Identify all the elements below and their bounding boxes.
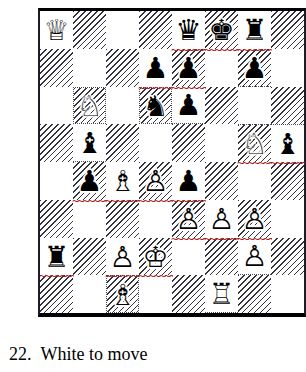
square-c5 bbox=[106, 124, 139, 162]
piece-black-pawn: ♟ bbox=[176, 54, 202, 83]
square-g3: ♙~~~~~~~~~~~~~~~~~~~~ bbox=[238, 200, 271, 238]
piece-white-queen: ♕ bbox=[44, 16, 70, 45]
square-e3: ♙~~~~~~~~~~~~~~~~~~~~ bbox=[172, 200, 205, 238]
piece-white-knight: ♘ bbox=[77, 92, 103, 121]
square-d2: ♔~~~~~~~~~~~~~~~~~~~~ bbox=[139, 238, 172, 276]
piece-white-bishop: ♗ bbox=[110, 281, 136, 310]
square-h1 bbox=[271, 275, 304, 313]
square-h2 bbox=[271, 238, 304, 276]
square-g2: ♙ bbox=[238, 238, 271, 276]
piece-white-bishop: ♗ bbox=[110, 167, 136, 196]
piece-white-rook: ♖ bbox=[209, 280, 235, 309]
square-e8: ♛~~~~~~~~~~~~~~~~~~~~ bbox=[172, 11, 205, 49]
square-e1 bbox=[172, 275, 205, 313]
square-f6 bbox=[205, 87, 238, 125]
square-d1 bbox=[139, 275, 172, 313]
square-h4 bbox=[271, 162, 304, 200]
piece-white-king: ♔ bbox=[143, 243, 169, 272]
square-b5: ♝ bbox=[73, 124, 106, 162]
square-f8: ♚~~~~~~~~~~~~~~~~~~~~ bbox=[205, 11, 238, 49]
move-number: 22. bbox=[9, 344, 32, 364]
square-g7: ♟ bbox=[238, 49, 271, 87]
chess-board: ♕♛~~~~~~~~~~~~~~~~~~~~♚~~~~~~~~~~~~~~~~~… bbox=[38, 8, 306, 317]
piece-black-queen: ♛ bbox=[176, 16, 202, 45]
square-a1 bbox=[40, 275, 73, 313]
square-h7 bbox=[271, 49, 304, 87]
square-b8 bbox=[73, 11, 106, 49]
square-c7 bbox=[106, 49, 139, 87]
square-b6: ♘ bbox=[73, 87, 106, 125]
piece-black-bishop: ♝ bbox=[77, 129, 103, 158]
square-f7 bbox=[205, 49, 238, 87]
square-c8 bbox=[106, 11, 139, 49]
square-b2 bbox=[73, 238, 106, 276]
caption-text: White to move bbox=[41, 344, 148, 364]
square-f1: ♖ bbox=[205, 275, 238, 313]
square-a8: ♕ bbox=[40, 11, 73, 49]
square-b7 bbox=[73, 49, 106, 87]
piece-white-pawn: ♙ bbox=[209, 205, 235, 234]
square-g8: ♜~~~~~~~~~~~~~~~~~~~~ bbox=[238, 11, 271, 49]
square-f3: ♙~~~~~~~~~~~~~~~~~~~~ bbox=[205, 200, 238, 238]
piece-black-knight: ♞ bbox=[143, 92, 169, 121]
square-h3 bbox=[271, 200, 304, 238]
piece-black-rook: ♜ bbox=[44, 243, 70, 272]
square-c3 bbox=[106, 200, 139, 238]
square-g6 bbox=[238, 87, 271, 125]
square-a7 bbox=[40, 49, 73, 87]
square-e5 bbox=[172, 124, 205, 162]
piece-black-pawn: ♟ bbox=[176, 167, 202, 196]
piece-white-pawn: ♙ bbox=[242, 242, 268, 271]
square-d3 bbox=[139, 200, 172, 238]
piece-white-pawn: ♙ bbox=[242, 205, 268, 234]
square-f2 bbox=[205, 238, 238, 276]
piece-black-rook: ♜ bbox=[242, 16, 268, 45]
square-h6 bbox=[271, 87, 304, 125]
square-d6: ♞ bbox=[139, 87, 172, 125]
square-e6: ♟ bbox=[172, 87, 205, 125]
square-c6 bbox=[106, 87, 139, 125]
square-d4: ♙~~~~~~~~~~~~~~~~~~~~ bbox=[139, 162, 172, 200]
square-a6 bbox=[40, 87, 73, 125]
square-c1: ♗ bbox=[106, 275, 139, 313]
piece-black-pawn: ♟ bbox=[143, 54, 169, 83]
square-d5 bbox=[139, 124, 172, 162]
piece-black-king: ♚ bbox=[209, 16, 235, 45]
square-g1 bbox=[238, 275, 271, 313]
square-e4: ♟~~~~~~~~~~~~~~~~~~~~ bbox=[172, 162, 205, 200]
square-c2: ♙~~~~~~~~~~~~~~~~~~~~ bbox=[106, 238, 139, 276]
piece-black-bishop: ♝ bbox=[275, 130, 301, 159]
square-c4: ♗~~~~~~~~~~~~~~~~~~~~ bbox=[106, 162, 139, 200]
square-h8 bbox=[271, 11, 304, 49]
piece-black-pawn: ♟ bbox=[176, 91, 202, 120]
square-a2: ♜~~~~~~~~~~~~~~~~~~~~ bbox=[40, 238, 73, 276]
square-a4 bbox=[40, 162, 73, 200]
square-d8 bbox=[139, 11, 172, 49]
piece-white-pawn: ♙ bbox=[176, 205, 202, 234]
square-f5 bbox=[205, 124, 238, 162]
piece-black-pawn: ♟ bbox=[242, 54, 268, 83]
square-h5: ♝~~~~~~~~~~~~~~~~~~~~ bbox=[271, 124, 304, 162]
piece-white-pawn: ♙ bbox=[110, 243, 136, 272]
square-a5 bbox=[40, 124, 73, 162]
piece-black-pawn: ♟ bbox=[77, 167, 103, 196]
square-f4 bbox=[205, 162, 238, 200]
square-g4 bbox=[238, 162, 271, 200]
square-b1 bbox=[73, 275, 106, 313]
square-e7: ♟~~~~~~~~~~~~~~~~~~~~ bbox=[172, 49, 205, 87]
piece-white-knight: ♘ bbox=[242, 130, 268, 159]
square-b4: ♟~~~~~~~~~~~~~~~~~~~~ bbox=[73, 162, 106, 200]
square-d7: ♟~~~~~~~~~~~~~~~~~~~~ bbox=[139, 49, 172, 87]
square-g5: ♘~~~~~~~~~~~~~~~~~~~~ bbox=[238, 124, 271, 162]
piece-white-pawn: ♙ bbox=[143, 167, 169, 196]
square-a3 bbox=[40, 200, 73, 238]
square-b3 bbox=[73, 200, 106, 238]
diagram-caption: 22.White to move bbox=[9, 344, 147, 365]
square-e2 bbox=[172, 238, 205, 276]
